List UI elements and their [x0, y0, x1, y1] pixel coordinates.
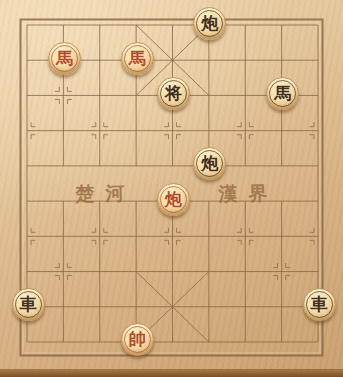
piece-character: 馬	[129, 50, 146, 67]
xiangqi-board[interactable]: 楚河 漢界 炮馬馬将馬炮炮車車帥	[0, 0, 343, 377]
piece-red-horse[interactable]: 馬	[48, 42, 81, 75]
piece-black-cannon[interactable]: 炮	[193, 7, 226, 40]
pieces-layer: 炮馬馬将馬炮炮車車帥	[0, 0, 343, 377]
piece-character: 車	[20, 296, 37, 313]
piece-black-general[interactable]: 将	[157, 77, 190, 110]
piece-red-horse[interactable]: 馬	[121, 42, 154, 75]
piece-character: 馬	[274, 85, 291, 102]
piece-character: 将	[165, 85, 182, 102]
piece-character: 炮	[201, 155, 218, 172]
piece-red-general[interactable]: 帥	[121, 323, 154, 356]
piece-black-chariot[interactable]: 車	[12, 288, 45, 321]
piece-character: 帥	[129, 331, 146, 348]
piece-character: 炮	[165, 191, 182, 208]
piece-black-chariot[interactable]: 車	[303, 288, 336, 321]
piece-character: 炮	[201, 15, 218, 32]
piece-black-horse[interactable]: 馬	[266, 77, 299, 110]
piece-character: 車	[311, 296, 328, 313]
piece-character: 馬	[56, 50, 73, 67]
board-front-edge	[0, 370, 343, 377]
piece-red-cannon[interactable]: 炮	[157, 183, 190, 216]
piece-black-cannon[interactable]: 炮	[193, 147, 226, 180]
